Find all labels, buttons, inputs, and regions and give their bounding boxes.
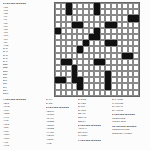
fill-in-grid: [54, 2, 140, 97]
word-list-item: BERRY: [78, 119, 110, 123]
word-list-item: TURNTABLE: [112, 120, 149, 124]
word-list-item: AXLE: [3, 144, 43, 148]
word-list-item: SLEDGEHAMMER: [112, 131, 149, 135]
word-list-item: CAMERA: [78, 134, 110, 138]
word-list-column-3: BADGEBAKERBASICBATONBEACHBEGANBERRY6 LET…: [78, 98, 110, 150]
word-list-column-1: 4 LETTER WORDSABLEACHEACIDAGEDAJARAKINAL…: [3, 98, 43, 150]
puzzle-page: 3 LETTER WORDSACEADOAGEAIMAIRALEANTAPEAR…: [0, 0, 150, 150]
grid-cell[interactable]: [133, 90, 139, 96]
word-list-item: ALIBI: [46, 141, 76, 145]
word-list-column-4: BALANCECAPTUREDIAGRAMEXAMPLE9 LETTER WOR…: [112, 98, 149, 150]
word-list-3-letter: 3 LETTER WORDSACEADOAGEAIMAIRALEANTAPEAR…: [3, 2, 47, 97]
word-list-column-2: EACHEASE5 LETTER WORDSABOUTACTORADAPTADO…: [46, 98, 76, 150]
word-list-item: BOW: [3, 92, 47, 95]
word-list-header: 7 LETTER WORDS: [78, 139, 110, 142]
word-list-item: EASE: [46, 102, 76, 106]
word-list-item: EXAMPLE: [112, 109, 149, 113]
